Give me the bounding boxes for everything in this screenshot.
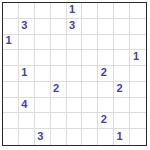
cell-r8c2[interactable] [19, 113, 35, 129]
cell-r5c7: 2 [98, 66, 114, 82]
cell-r5c2: 1 [19, 66, 35, 82]
cell-r5c6[interactable] [82, 66, 98, 82]
cell-r9c6[interactable] [82, 129, 98, 145]
cell-r2c2: 3 [19, 19, 35, 35]
cell-r6c7[interactable] [98, 82, 114, 98]
cell-r5c1[interactable] [3, 66, 19, 82]
cell-r1c2[interactable] [19, 3, 35, 19]
cell-r7c8[interactable] [114, 98, 130, 114]
cell-r1c9[interactable] [130, 3, 146, 19]
cell-r5c9[interactable] [130, 66, 146, 82]
cell-r3c4[interactable] [51, 35, 67, 51]
cell-r8c6[interactable] [82, 113, 98, 129]
cell-r9c2[interactable] [19, 129, 35, 145]
cell-r5c5[interactable] [67, 66, 83, 82]
cell-r1c4[interactable] [51, 3, 67, 19]
cell-r1c1[interactable] [3, 3, 19, 19]
clue-number: 1 [5, 35, 11, 46]
cell-r9c5[interactable] [67, 129, 83, 145]
clue-number: 1 [117, 131, 123, 142]
cell-r2c3[interactable] [35, 19, 51, 35]
cell-r5c3[interactable] [35, 66, 51, 82]
cell-r8c1[interactable] [3, 113, 19, 129]
cell-r2c6[interactable] [82, 19, 98, 35]
clue-number: 3 [21, 20, 27, 31]
cell-r4c1[interactable] [3, 50, 19, 66]
cell-r1c5: 1 [67, 3, 83, 19]
cell-r3c6[interactable] [82, 35, 98, 51]
cell-r8c4[interactable] [51, 113, 67, 129]
cell-r7c6[interactable] [82, 98, 98, 114]
cell-r6c5[interactable] [67, 82, 83, 98]
clue-number: 2 [53, 83, 59, 94]
cell-r6c8: 2 [114, 82, 130, 98]
cell-r8c3[interactable] [35, 113, 51, 129]
cell-r4c7[interactable] [98, 50, 114, 66]
cell-r3c9[interactable] [130, 35, 146, 51]
cell-r6c2[interactable] [19, 82, 35, 98]
clue-number: 2 [101, 114, 107, 125]
minesweeper-board: 1331112224231 [2, 2, 147, 146]
cell-r7c9[interactable] [130, 98, 146, 114]
clue-number: 1 [21, 67, 27, 78]
cell-r9c3: 3 [35, 129, 51, 145]
cell-r1c7[interactable] [98, 3, 114, 19]
clue-number: 3 [37, 131, 43, 142]
cell-r8c9[interactable] [130, 113, 146, 129]
cell-r8c5[interactable] [67, 113, 83, 129]
cell-r6c9[interactable] [130, 82, 146, 98]
cell-r4c5[interactable] [67, 50, 83, 66]
cell-r9c9[interactable] [130, 129, 146, 145]
cell-r2c1[interactable] [3, 19, 19, 35]
cell-r8c8[interactable] [114, 113, 130, 129]
clue-number: 4 [21, 99, 27, 110]
cell-r4c3[interactable] [35, 50, 51, 66]
cell-r7c7[interactable] [98, 98, 114, 114]
cell-r6c6[interactable] [82, 82, 98, 98]
cell-r7c4[interactable] [51, 98, 67, 114]
clue-number: 2 [117, 83, 123, 94]
cell-r4c8[interactable] [114, 50, 130, 66]
cell-r1c8[interactable] [114, 3, 130, 19]
cell-r8c7: 2 [98, 113, 114, 129]
cell-r7c1[interactable] [3, 98, 19, 114]
cell-r4c6[interactable] [82, 50, 98, 66]
cell-r9c8: 1 [114, 129, 130, 145]
cell-r4c4[interactable] [51, 50, 67, 66]
cell-r9c1[interactable] [3, 129, 19, 145]
cell-r4c9: 1 [130, 50, 146, 66]
cell-r2c5: 3 [67, 19, 83, 35]
cell-r3c5[interactable] [67, 35, 83, 51]
cell-r3c7[interactable] [98, 35, 114, 51]
cell-r7c2: 4 [19, 98, 35, 114]
cell-r6c1[interactable] [3, 82, 19, 98]
cell-r6c4: 2 [51, 82, 67, 98]
clue-number: 1 [69, 4, 75, 15]
cell-r7c3[interactable] [35, 98, 51, 114]
cell-r9c7[interactable] [98, 129, 114, 145]
cell-r5c4[interactable] [51, 66, 67, 82]
cell-r2c7[interactable] [98, 19, 114, 35]
cell-r5c8[interactable] [114, 66, 130, 82]
cell-r3c1: 1 [3, 35, 19, 51]
clue-number: 3 [69, 20, 75, 31]
cell-r3c8[interactable] [114, 35, 130, 51]
clue-number: 1 [133, 51, 139, 62]
cell-r6c3[interactable] [35, 82, 51, 98]
cell-r2c8[interactable] [114, 19, 130, 35]
cell-r3c2[interactable] [19, 35, 35, 51]
cell-r1c6[interactable] [82, 3, 98, 19]
cell-r4c2[interactable] [19, 50, 35, 66]
cell-r9c4[interactable] [51, 129, 67, 145]
cell-r2c4[interactable] [51, 19, 67, 35]
cell-r3c3[interactable] [35, 35, 51, 51]
clue-number: 2 [101, 67, 107, 78]
cell-r1c3[interactable] [35, 3, 51, 19]
cell-r2c9[interactable] [130, 19, 146, 35]
cell-r7c5[interactable] [67, 98, 83, 114]
